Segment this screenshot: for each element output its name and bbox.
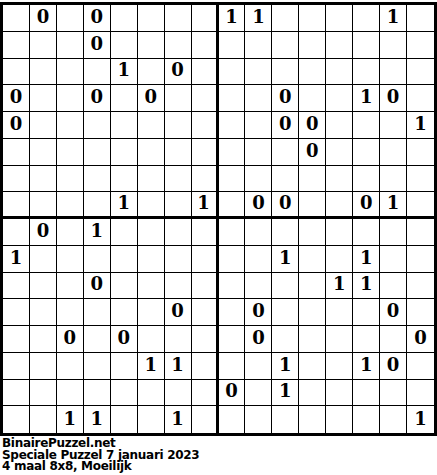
cell-r5c14[interactable] (353, 112, 380, 139)
cell-r9c11[interactable] (272, 219, 299, 246)
cell-r7c7[interactable] (165, 166, 192, 193)
cell-r6c10[interactable] (245, 139, 272, 166)
cell-r13c9[interactable] (219, 326, 246, 353)
cell-r11c9[interactable] (219, 273, 246, 300)
cell-r6c4[interactable] (84, 139, 111, 166)
cell-r10c14: 1 (353, 246, 380, 273)
cell-r5c10[interactable] (245, 112, 272, 139)
cell-r14c1[interactable] (3, 353, 30, 380)
cell-r2c15[interactable] (380, 32, 407, 59)
cell-r16c6[interactable] (138, 406, 165, 433)
cell-r8c9[interactable] (219, 192, 246, 219)
cell-r10c7[interactable] (165, 246, 192, 273)
cell-r16c11[interactable] (272, 406, 299, 433)
cell-r11c6[interactable] (138, 273, 165, 300)
cell-r7c14[interactable] (353, 166, 380, 193)
cell-r7c16[interactable] (407, 166, 434, 193)
cell-r12c8[interactable] (192, 299, 219, 326)
cell-r3c11[interactable] (272, 59, 299, 86)
cell-r8c13[interactable] (326, 192, 353, 219)
cell-r14c10[interactable] (245, 353, 272, 380)
cell-r13c3: 0 (57, 326, 84, 353)
cell-r14c9[interactable] (219, 353, 246, 380)
cell-r1c8[interactable] (192, 5, 219, 32)
cell-r1c16[interactable] (407, 5, 434, 32)
cell-r4c14: 1 (353, 85, 380, 112)
cell-r14c15: 0 (380, 353, 407, 380)
cell-r14c8[interactable] (192, 353, 219, 380)
cell-r10c11: 1 (272, 246, 299, 273)
cell-r6c1[interactable] (3, 139, 30, 166)
cell-r7c2[interactable] (30, 166, 57, 193)
cell-r7c8[interactable] (192, 166, 219, 193)
cell-r16c14[interactable] (353, 406, 380, 433)
cell-r13c10: 0 (245, 326, 272, 353)
cell-r16c4: 1 (84, 406, 111, 433)
cell-r16c10[interactable] (245, 406, 272, 433)
cell-r5c15[interactable] (380, 112, 407, 139)
cell-r3c14[interactable] (353, 59, 380, 86)
cell-r2c12[interactable] (299, 32, 326, 59)
cell-r12c16[interactable] (407, 299, 434, 326)
cell-r5c3[interactable] (57, 112, 84, 139)
cell-r9c13[interactable] (326, 219, 353, 246)
cell-r16c7: 1 (165, 406, 192, 433)
cell-r5c6[interactable] (138, 112, 165, 139)
footer: BinairePuzzel.net Speciale Puzzel 7 janu… (0, 438, 437, 473)
cell-r9c10[interactable] (245, 219, 272, 246)
cell-r13c12[interactable] (299, 326, 326, 353)
cell-r13c8[interactable] (192, 326, 219, 353)
cell-r3c6[interactable] (138, 59, 165, 86)
cell-r12c3[interactable] (57, 299, 84, 326)
cell-r9c12[interactable] (299, 219, 326, 246)
cell-r12c12[interactable] (299, 299, 326, 326)
cell-r9c8[interactable] (192, 219, 219, 246)
cell-r7c3[interactable] (57, 166, 84, 193)
cell-r16c15[interactable] (380, 406, 407, 433)
cell-r14c13[interactable] (326, 353, 353, 380)
cell-r15c12[interactable] (299, 380, 326, 407)
cell-r10c9[interactable] (219, 246, 246, 273)
cell-r2c11[interactable] (272, 32, 299, 59)
cell-r9c1[interactable] (3, 219, 30, 246)
cell-r6c2[interactable] (30, 139, 57, 166)
cell-r8c6[interactable] (138, 192, 165, 219)
cell-r3c16[interactable] (407, 59, 434, 86)
cell-r6c15[interactable] (380, 139, 407, 166)
cell-r11c15[interactable] (380, 273, 407, 300)
cell-r3c1[interactable] (3, 59, 30, 86)
cell-r8c2[interactable] (30, 192, 57, 219)
cell-r11c7[interactable] (165, 273, 192, 300)
cell-r10c15[interactable] (380, 246, 407, 273)
cell-r5c8[interactable] (192, 112, 219, 139)
cell-r1c6[interactable] (138, 5, 165, 32)
cell-r10c13[interactable] (326, 246, 353, 273)
cell-r4c10[interactable] (245, 85, 272, 112)
cell-r9c6[interactable] (138, 219, 165, 246)
cell-r8c5: 1 (111, 192, 138, 219)
cell-r5c1: 0 (3, 112, 30, 139)
cell-r4c4: 0 (84, 85, 111, 112)
cell-r15c3[interactable] (57, 380, 84, 407)
cell-r14c7: 1 (165, 353, 192, 380)
cell-r13c7[interactable] (165, 326, 192, 353)
cell-r4c7[interactable] (165, 85, 192, 112)
cell-r1c10: 1 (245, 5, 272, 32)
cell-r5c12: 0 (299, 112, 326, 139)
cell-r12c9[interactable] (219, 299, 246, 326)
cell-r9c3[interactable] (57, 219, 84, 246)
cell-r3c2[interactable] (30, 59, 57, 86)
cell-r7c1[interactable] (3, 166, 30, 193)
cell-r15c6[interactable] (138, 380, 165, 407)
cell-r11c1[interactable] (3, 273, 30, 300)
cell-r14c14: 1 (353, 353, 380, 380)
cell-r11c4: 0 (84, 273, 111, 300)
cell-r6c7[interactable] (165, 139, 192, 166)
cell-r14c3[interactable] (57, 353, 84, 380)
cell-r10c8[interactable] (192, 246, 219, 273)
cell-r7c15[interactable] (380, 166, 407, 193)
cell-r10c5[interactable] (111, 246, 138, 273)
cell-r16c5[interactable] (111, 406, 138, 433)
cell-r7c5[interactable] (111, 166, 138, 193)
cell-r6c3[interactable] (57, 139, 84, 166)
cell-r15c13[interactable] (326, 380, 353, 407)
cell-r10c10[interactable] (245, 246, 272, 273)
cell-r1c2: 0 (30, 5, 57, 32)
cell-r11c11[interactable] (272, 273, 299, 300)
cell-r6c13[interactable] (326, 139, 353, 166)
cell-r16c16: 1 (407, 406, 434, 433)
cell-r2c14[interactable] (353, 32, 380, 59)
cell-r3c12[interactable] (299, 59, 326, 86)
cell-r12c15: 0 (380, 299, 407, 326)
cell-r11c14: 1 (353, 273, 380, 300)
cell-r16c2[interactable] (30, 406, 57, 433)
cell-r9c4: 1 (84, 219, 111, 246)
cell-r6c6[interactable] (138, 139, 165, 166)
cell-r4c15: 0 (380, 85, 407, 112)
cell-r9c5[interactable] (111, 219, 138, 246)
cell-r5c9[interactable] (219, 112, 246, 139)
cell-r11c16[interactable] (407, 273, 434, 300)
cell-r12c13[interactable] (326, 299, 353, 326)
cell-r6c9[interactable] (219, 139, 246, 166)
cell-r5c11: 0 (272, 112, 299, 139)
cell-r7c12[interactable] (299, 166, 326, 193)
cell-r8c14: 0 (353, 192, 380, 219)
cell-r8c12[interactable] (299, 192, 326, 219)
cell-r4c9[interactable] (219, 85, 246, 112)
cell-r10c12[interactable] (299, 246, 326, 273)
cell-r12c11[interactable] (272, 299, 299, 326)
cell-r15c5[interactable] (111, 380, 138, 407)
cell-r4c6: 0 (138, 85, 165, 112)
cell-r5c13[interactable] (326, 112, 353, 139)
cell-r16c9[interactable] (219, 406, 246, 433)
cell-r3c5: 1 (111, 59, 138, 86)
cell-r15c16[interactable] (407, 380, 434, 407)
cell-r15c15[interactable] (380, 380, 407, 407)
cell-r12c10: 0 (245, 299, 272, 326)
cell-r6c16[interactable] (407, 139, 434, 166)
cell-r1c4: 0 (84, 5, 111, 32)
cell-r7c11[interactable] (272, 166, 299, 193)
cell-r1c15: 1 (380, 5, 407, 32)
cell-r1c13[interactable] (326, 5, 353, 32)
cell-r14c11: 1 (272, 353, 299, 380)
cell-r2c7[interactable] (165, 32, 192, 59)
cell-r3c13[interactable] (326, 59, 353, 86)
cell-r1c11[interactable] (272, 5, 299, 32)
cell-r3c7: 0 (165, 59, 192, 86)
cell-r1c7[interactable] (165, 5, 192, 32)
cell-r13c13[interactable] (326, 326, 353, 353)
cell-r7c6[interactable] (138, 166, 165, 193)
cell-r2c1[interactable] (3, 32, 30, 59)
cell-r1c9: 1 (219, 5, 246, 32)
cell-r16c1[interactable] (3, 406, 30, 433)
cell-r4c1: 0 (3, 85, 30, 112)
cell-r3c3[interactable] (57, 59, 84, 86)
cell-r7c4[interactable] (84, 166, 111, 193)
cell-r16c3: 1 (57, 406, 84, 433)
cell-r8c3[interactable] (57, 192, 84, 219)
cell-r4c8[interactable] (192, 85, 219, 112)
cell-r15c8[interactable] (192, 380, 219, 407)
cell-r9c9[interactable] (219, 219, 246, 246)
cell-r11c10[interactable] (245, 273, 272, 300)
cell-r13c4[interactable] (84, 326, 111, 353)
cell-r15c10[interactable] (245, 380, 272, 407)
cell-r14c16[interactable] (407, 353, 434, 380)
cell-r9c7[interactable] (165, 219, 192, 246)
cell-r11c13: 1 (326, 273, 353, 300)
cell-r13c16: 0 (407, 326, 434, 353)
cell-r15c9: 0 (219, 380, 246, 407)
cell-r13c2[interactable] (30, 326, 57, 353)
cell-r8c11: 0 (272, 192, 299, 219)
cell-r15c11: 1 (272, 380, 299, 407)
cell-r11c12[interactable] (299, 273, 326, 300)
cell-r3c9[interactable] (219, 59, 246, 86)
cell-r8c10: 0 (245, 192, 272, 219)
cell-r2c9[interactable] (219, 32, 246, 59)
cell-r12c7: 0 (165, 299, 192, 326)
cell-r8c1[interactable] (3, 192, 30, 219)
cell-r7c10[interactable] (245, 166, 272, 193)
cell-r5c4[interactable] (84, 112, 111, 139)
cell-r9c2: 0 (30, 219, 57, 246)
cell-r3c4[interactable] (84, 59, 111, 86)
cell-r13c5: 0 (111, 326, 138, 353)
cell-r8c8: 1 (192, 192, 219, 219)
cell-r4c16[interactable] (407, 85, 434, 112)
cell-r5c5[interactable] (111, 112, 138, 139)
cell-r15c2[interactable] (30, 380, 57, 407)
cell-r13c6[interactable] (138, 326, 165, 353)
cell-r3c10[interactable] (245, 59, 272, 86)
cell-r10c4[interactable] (84, 246, 111, 273)
cell-r15c4[interactable] (84, 380, 111, 407)
cell-r14c4[interactable] (84, 353, 111, 380)
cell-r7c13[interactable] (326, 166, 353, 193)
cell-r8c4[interactable] (84, 192, 111, 219)
cell-r10c6[interactable] (138, 246, 165, 273)
cell-r8c7[interactable] (165, 192, 192, 219)
cell-r12c2[interactable] (30, 299, 57, 326)
cell-r4c2[interactable] (30, 85, 57, 112)
cell-r16c13[interactable] (326, 406, 353, 433)
cell-r11c2[interactable] (30, 273, 57, 300)
cell-r4c13[interactable] (326, 85, 353, 112)
cell-r1c3[interactable] (57, 5, 84, 32)
cell-r6c5[interactable] (111, 139, 138, 166)
cell-r14c12[interactable] (299, 353, 326, 380)
cell-r2c2[interactable] (30, 32, 57, 59)
cell-r8c16[interactable] (407, 192, 434, 219)
cell-r13c1[interactable] (3, 326, 30, 353)
cell-r4c5[interactable] (111, 85, 138, 112)
cell-r9c15[interactable] (380, 219, 407, 246)
cell-r1c12[interactable] (299, 5, 326, 32)
cell-r9c14[interactable] (353, 219, 380, 246)
cell-r12c4[interactable] (84, 299, 111, 326)
puzzle-info: 4 maal 8x8, Moeilijk (2, 461, 437, 473)
cell-r13c15[interactable] (380, 326, 407, 353)
cell-r14c5[interactable] (111, 353, 138, 380)
cell-r3c8[interactable] (192, 59, 219, 86)
cell-r2c16[interactable] (407, 32, 434, 59)
cell-r5c2[interactable] (30, 112, 57, 139)
cell-r13c11[interactable] (272, 326, 299, 353)
cell-r10c3[interactable] (57, 246, 84, 273)
cell-r4c11: 0 (272, 85, 299, 112)
cell-r6c14[interactable] (353, 139, 380, 166)
cell-r3c15[interactable] (380, 59, 407, 86)
cell-r15c1[interactable] (3, 380, 30, 407)
cell-r2c4: 0 (84, 32, 111, 59)
cell-r11c8[interactable] (192, 273, 219, 300)
cell-r10c16[interactable] (407, 246, 434, 273)
cell-r7c9[interactable] (219, 166, 246, 193)
cell-r6c11[interactable] (272, 139, 299, 166)
cell-r11c3[interactable] (57, 273, 84, 300)
cell-r11c5[interactable] (111, 273, 138, 300)
cell-r15c14[interactable] (353, 380, 380, 407)
cell-r12c14[interactable] (353, 299, 380, 326)
puzzle-board: 0011101000001000010110001011110110000000… (0, 2, 437, 436)
cell-r9c16[interactable] (407, 219, 434, 246)
cell-r2c8[interactable] (192, 32, 219, 59)
cell-r4c12[interactable] (299, 85, 326, 112)
cell-r1c1[interactable] (3, 5, 30, 32)
cell-r4c3[interactable] (57, 85, 84, 112)
cell-r16c12[interactable] (299, 406, 326, 433)
cell-r16c8[interactable] (192, 406, 219, 433)
cell-r6c8[interactable] (192, 139, 219, 166)
cell-r2c10[interactable] (245, 32, 272, 59)
cell-r2c13[interactable] (326, 32, 353, 59)
cell-r2c5[interactable] (111, 32, 138, 59)
cell-r14c2[interactable] (30, 353, 57, 380)
cell-r2c6[interactable] (138, 32, 165, 59)
cell-r8c15: 1 (380, 192, 407, 219)
cell-r1c5[interactable] (111, 5, 138, 32)
cell-r12c6[interactable] (138, 299, 165, 326)
cell-r10c1: 1 (3, 246, 30, 273)
cell-r5c7[interactable] (165, 112, 192, 139)
cell-r5c16: 1 (407, 112, 434, 139)
cell-r2c3[interactable] (57, 32, 84, 59)
cell-r12c1[interactable] (3, 299, 30, 326)
cell-r14c6: 1 (138, 353, 165, 380)
cell-r12c5[interactable] (111, 299, 138, 326)
cell-r6c12: 0 (299, 139, 326, 166)
cell-r10c2[interactable] (30, 246, 57, 273)
cell-r1c14[interactable] (353, 5, 380, 32)
cell-r13c14[interactable] (353, 326, 380, 353)
cell-r15c7[interactable] (165, 380, 192, 407)
